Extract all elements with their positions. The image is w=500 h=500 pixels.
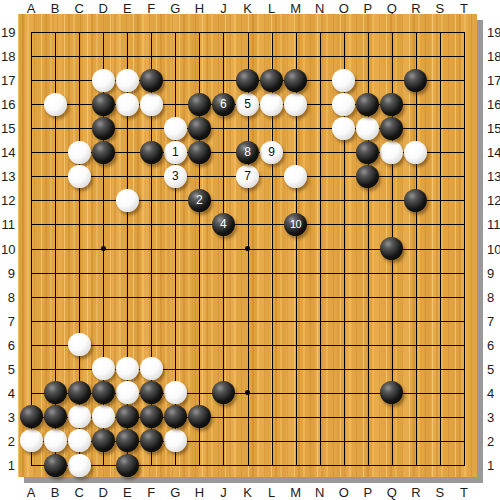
stone-black-F14: [140, 141, 163, 164]
move-number: 5: [244, 98, 251, 110]
coordinate-label-row-10-right: 10: [487, 242, 500, 255]
coordinate-label-col-R: R: [411, 2, 420, 15]
stone-black-E2: [116, 429, 139, 452]
move-number: 10: [290, 218, 301, 230]
coordinate-label-col-T: T: [460, 486, 468, 499]
stone-black-P16: [356, 93, 379, 116]
stone-white-F5: [140, 357, 163, 380]
stone-black-P14: [356, 141, 379, 164]
coordinate-label-row-6-left: 6: [1, 338, 15, 351]
coordinate-label-row-15-left: 15: [1, 122, 15, 135]
stone-white-L16: [260, 93, 283, 116]
coordinate-label-row-8-left: 8: [1, 290, 15, 303]
coordinate-label-row-18-left: 18: [1, 50, 15, 63]
stone-white-C14: [68, 141, 91, 164]
stone-black-R12: [404, 189, 427, 212]
coordinate-label-row-16-right: 16: [487, 98, 500, 111]
coordinate-label-col-D: D: [98, 2, 107, 15]
coordinate-label-row-13-right: 13: [487, 170, 500, 183]
coordinate-label-row-18-right: 18: [487, 50, 500, 63]
stone-white-L14: 9: [260, 141, 283, 164]
stone-white-Q14: [380, 141, 403, 164]
grid-line-vertical: [440, 32, 441, 466]
stone-white-E17: [116, 69, 139, 92]
stone-white-K16: 5: [236, 93, 259, 116]
coordinate-label-col-B: B: [51, 486, 60, 499]
coordinate-label-col-C: C: [74, 2, 83, 15]
coordinate-label-row-4-left: 4: [1, 386, 15, 399]
stone-white-D17: [92, 69, 115, 92]
move-number: 3: [172, 170, 179, 182]
star-point-K10: [245, 246, 250, 251]
coordinate-label-row-19-left: 19: [1, 26, 15, 39]
stone-black-C4: [68, 381, 91, 404]
coordinate-label-col-D: D: [98, 486, 107, 499]
coordinate-label-row-1-right: 1: [487, 459, 494, 472]
coordinate-label-row-2-right: 2: [487, 434, 494, 447]
coordinate-label-row-4-right: 4: [487, 386, 494, 399]
move-number: 4: [220, 218, 227, 230]
stone-white-D5: [92, 357, 115, 380]
go-board[interactable]: 51937682410: [18, 14, 477, 477]
coordinate-label-row-11-left: 11: [1, 218, 15, 231]
stone-black-Q16: [380, 93, 403, 116]
stone-black-A3: [20, 405, 43, 428]
stone-white-R14: [404, 141, 427, 164]
stone-white-C2: [68, 429, 91, 452]
stone-white-E4: [116, 381, 139, 404]
coordinate-label-col-G: G: [170, 2, 180, 15]
coordinate-label-col-A: A: [27, 2, 36, 15]
move-number: 6: [220, 98, 227, 110]
coordinate-label-row-3-right: 3: [487, 410, 494, 423]
coordinate-label-col-S: S: [436, 2, 445, 15]
coordinate-label-row-16-left: 16: [1, 98, 15, 111]
coordinate-label-row-13-left: 13: [1, 170, 15, 183]
stone-white-A2: [20, 429, 43, 452]
stone-black-J16: 6: [212, 93, 235, 116]
stone-white-C1: [68, 454, 91, 477]
grid-line-horizontal: [31, 321, 465, 322]
stone-black-P13: [356, 165, 379, 188]
coordinate-label-row-2-left: 2: [1, 434, 15, 447]
coordinate-label-col-K: K: [243, 486, 252, 499]
move-number: 7: [244, 170, 251, 182]
stone-black-J11: 4: [212, 213, 235, 236]
coordinate-label-row-3-left: 3: [1, 410, 15, 423]
stone-black-E1: [116, 454, 139, 477]
stone-white-C13: [68, 165, 91, 188]
coordinate-label-row-14-left: 14: [1, 146, 15, 159]
move-number: 8: [244, 146, 251, 158]
coordinate-label-col-O: O: [339, 486, 349, 499]
stone-white-G4: [164, 381, 187, 404]
stone-white-G15: [164, 117, 187, 140]
coordinate-label-col-O: O: [339, 2, 349, 15]
stone-white-G2: [164, 429, 187, 452]
stone-white-B16: [44, 93, 67, 116]
move-number: 2: [196, 194, 203, 206]
coordinate-label-col-N: N: [315, 486, 324, 499]
coordinate-label-col-Q: Q: [387, 486, 397, 499]
coordinate-label-row-15-right: 15: [487, 122, 500, 135]
grid-line-horizontal: [31, 465, 465, 466]
stone-black-R17: [404, 69, 427, 92]
move-number: 1: [172, 146, 179, 158]
coordinate-label-col-G: G: [170, 486, 180, 499]
coordinate-label-col-L: L: [268, 2, 275, 15]
stone-white-B2: [44, 429, 67, 452]
go-diagram-page: ABCDEFGHJKLMNOPQRST ABCDEFGHJKLMNOPQRST …: [0, 0, 500, 500]
coordinate-label-row-7-left: 7: [1, 314, 15, 327]
stone-black-L17: [260, 69, 283, 92]
stone-black-J4: [212, 381, 235, 404]
stone-white-C3: [68, 405, 91, 428]
stone-black-Q10: [380, 237, 403, 260]
stone-black-H12: 2: [188, 189, 211, 212]
coordinate-label-row-5-right: 5: [487, 362, 494, 375]
stone-black-B3: [44, 405, 67, 428]
coordinate-label-col-J: J: [220, 2, 227, 15]
stone-black-F3: [140, 405, 163, 428]
stone-black-M11: 10: [284, 213, 307, 236]
coordinate-label-row-12-right: 12: [487, 194, 500, 207]
stone-white-E5: [116, 357, 139, 380]
coordinate-label-row-19-right: 19: [487, 26, 500, 39]
stone-white-G13: 3: [164, 165, 187, 188]
coordinate-label-row-14-right: 14: [487, 146, 500, 159]
coordinate-label-col-N: N: [315, 2, 324, 15]
grid-line-vertical: [464, 32, 465, 466]
coordinate-label-col-A: A: [27, 486, 36, 499]
stone-black-K14: 8: [236, 141, 259, 164]
stone-black-D14: [92, 141, 115, 164]
coordinate-label-col-R: R: [411, 486, 420, 499]
coordinate-label-col-Q: Q: [387, 2, 397, 15]
coordinate-label-row-17-right: 17: [487, 74, 500, 87]
coordinate-label-row-9-left: 9: [1, 266, 15, 279]
coordinate-label-col-P: P: [363, 2, 372, 15]
stone-black-D16: [92, 93, 115, 116]
stone-black-K17: [236, 69, 259, 92]
stone-black-F17: [140, 69, 163, 92]
coordinate-label-row-10-left: 10: [1, 242, 15, 255]
coordinate-label-col-J: J: [220, 486, 227, 499]
coordinate-label-col-H: H: [195, 486, 204, 499]
coordinate-label-col-M: M: [290, 2, 301, 15]
coordinate-label-col-H: H: [195, 2, 204, 15]
coordinate-label-row-7-right: 7: [487, 314, 494, 327]
coordinate-label-col-F: F: [147, 486, 155, 499]
coordinate-label-row-9-right: 9: [487, 266, 494, 279]
star-point-D10: [101, 246, 106, 251]
stone-black-F2: [140, 429, 163, 452]
coordinate-label-row-6-right: 6: [487, 338, 494, 351]
stone-black-D15: [92, 117, 115, 140]
stone-white-K13: 7: [236, 165, 259, 188]
coordinate-label-col-P: P: [363, 486, 372, 499]
star-point-K4: [245, 390, 250, 395]
stone-black-Q4: [380, 381, 403, 404]
coordinate-label-col-T: T: [460, 2, 468, 15]
coordinate-label-row-1-left: 1: [1, 459, 15, 472]
grid-line-horizontal: [31, 297, 465, 298]
coordinate-label-col-F: F: [147, 2, 155, 15]
stone-white-O15: [332, 117, 355, 140]
stone-white-O17: [332, 69, 355, 92]
stone-black-D2: [92, 429, 115, 452]
stone-black-G3: [164, 405, 187, 428]
coordinate-label-row-5-left: 5: [1, 362, 15, 375]
coordinate-label-row-12-left: 12: [1, 194, 15, 207]
stone-black-D4: [92, 381, 115, 404]
stone-white-E12: [116, 189, 139, 212]
grid-line-vertical: [416, 32, 417, 466]
stone-black-H14: [188, 141, 211, 164]
coordinate-label-col-C: C: [74, 486, 83, 499]
coordinate-label-col-E: E: [123, 2, 132, 15]
coordinate-label-col-M: M: [290, 486, 301, 499]
coordinate-label-row-11-right: 11: [487, 218, 500, 231]
stone-black-H16: [188, 93, 211, 116]
grid-line-horizontal: [31, 345, 465, 346]
stone-white-F16: [140, 93, 163, 116]
coordinate-label-col-S: S: [436, 486, 445, 499]
stone-black-M17: [284, 69, 307, 92]
stone-white-M16: [284, 93, 307, 116]
coordinate-label-row-17-left: 17: [1, 74, 15, 87]
stone-white-E16: [116, 93, 139, 116]
stone-white-M13: [284, 165, 307, 188]
grid-line-horizontal: [31, 273, 465, 274]
stone-black-B4: [44, 381, 67, 404]
stone-black-B1: [44, 454, 67, 477]
grid-line-vertical: [320, 32, 321, 466]
coordinate-label-col-L: L: [268, 486, 275, 499]
stone-black-Q15: [380, 117, 403, 140]
stone-white-C6: [68, 333, 91, 356]
coordinate-label-row-8-right: 8: [487, 290, 494, 303]
stone-black-E3: [116, 405, 139, 428]
coordinate-label-col-E: E: [123, 486, 132, 499]
stone-white-G14: 1: [164, 141, 187, 164]
stone-white-P15: [356, 117, 379, 140]
stone-black-H3: [188, 405, 211, 428]
stone-white-D3: [92, 405, 115, 428]
coordinate-label-col-K: K: [243, 2, 252, 15]
stone-black-F4: [140, 381, 163, 404]
stone-white-O16: [332, 93, 355, 116]
stone-black-H15: [188, 117, 211, 140]
move-number: 9: [268, 146, 275, 158]
coordinate-label-col-B: B: [51, 2, 60, 15]
